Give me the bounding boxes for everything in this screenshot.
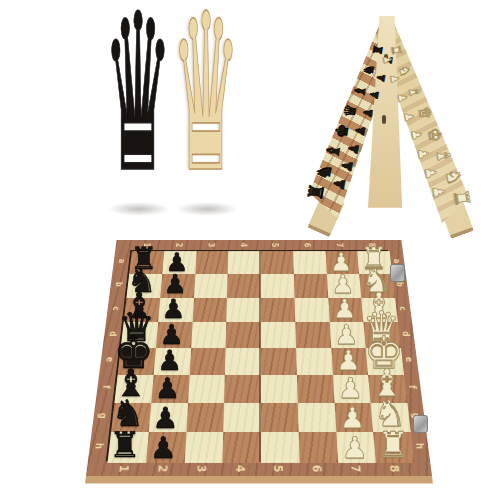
board-square xyxy=(118,348,156,375)
open-chess-board: 1122334455667788aabbccddeeffgghh xyxy=(86,240,432,476)
coordinate-label: c xyxy=(110,306,122,310)
folded-piece: ♜ xyxy=(371,44,385,57)
board-fold-seam xyxy=(259,250,260,461)
coordinate-label: h xyxy=(92,443,105,449)
board-square xyxy=(261,274,295,298)
board-square xyxy=(184,432,223,463)
board-square xyxy=(334,403,373,432)
board-square xyxy=(261,251,294,274)
coordinate-label: f xyxy=(100,385,113,388)
board-square xyxy=(225,348,261,375)
coordinate-label: 2 xyxy=(155,465,170,472)
board-square xyxy=(153,348,190,375)
folded-piece: ♞ xyxy=(442,167,464,187)
coordinate-label: a xyxy=(116,259,127,263)
folded-piece: ♟ xyxy=(361,107,375,120)
board-square xyxy=(261,432,299,463)
coordinate-label: 2 xyxy=(173,243,184,247)
board-square xyxy=(298,403,336,432)
coordinate-label: 1 xyxy=(116,465,132,472)
coordinate-label: b xyxy=(394,282,406,287)
board-square xyxy=(195,251,229,274)
folded-piece: ♟ xyxy=(346,141,361,155)
folded-piece: ♜ xyxy=(451,187,474,208)
board-square xyxy=(293,251,327,274)
board-square xyxy=(331,348,368,375)
folded-piece: ♚ xyxy=(333,122,352,140)
board-square xyxy=(189,348,226,375)
coordinate-label: d xyxy=(399,331,411,336)
folded-piece: ♝ xyxy=(433,146,453,165)
board-square xyxy=(261,348,297,375)
folded-piece: ♜ xyxy=(389,44,403,57)
board-square xyxy=(371,403,411,432)
folded-piece: ♟ xyxy=(331,176,348,192)
board-square xyxy=(151,375,189,403)
board-square xyxy=(296,348,333,375)
product-photo: ♛♛ ♟♟♟♟♟♟♟♟♜♞♝♛♚♝♞♜ ♟♟♟♟♟♟♟♟♜♞♝♛♚♝♞♜ 112… xyxy=(0,0,500,500)
coordinate-label: h xyxy=(413,443,426,449)
coordinate-label: 6 xyxy=(302,243,313,247)
folded-piece: ♝ xyxy=(352,83,368,98)
hinge-icon xyxy=(382,115,386,124)
board-square xyxy=(158,298,194,323)
board-square xyxy=(129,251,164,274)
latch-icon xyxy=(390,264,405,282)
coordinate-label: 5 xyxy=(271,465,286,472)
coordinate-label: g xyxy=(96,413,109,419)
folded-piece: ♛ xyxy=(343,103,361,119)
board-square xyxy=(373,432,414,463)
board-square xyxy=(295,322,331,348)
board-square xyxy=(194,274,228,298)
coordinate-label: a xyxy=(391,259,402,263)
board-square xyxy=(357,251,392,274)
folded-piece: ♟ xyxy=(354,124,369,138)
coordinate-label: 4 xyxy=(232,465,247,472)
coordinate-label: d xyxy=(106,331,118,336)
board-square xyxy=(261,375,298,403)
board-square xyxy=(261,322,296,348)
latch-icon xyxy=(413,415,428,433)
board-square xyxy=(124,298,160,323)
board-square xyxy=(228,251,261,274)
folded-piece: ♟ xyxy=(409,129,424,143)
folded-piece: ♟ xyxy=(423,166,439,181)
folded-piece: ♟ xyxy=(395,92,408,104)
coordinate-label: f xyxy=(406,385,419,388)
coordinate-label: b xyxy=(113,282,125,287)
board-square xyxy=(226,298,260,323)
board-square xyxy=(226,322,261,348)
coordinate-label: 8 xyxy=(366,243,377,247)
board-square xyxy=(111,403,151,432)
board-square xyxy=(227,274,261,298)
folded-piece: ♞ xyxy=(314,162,336,182)
board-square xyxy=(149,403,188,432)
board-square xyxy=(329,322,366,348)
coordinate-label: c xyxy=(396,306,408,310)
board-square xyxy=(121,322,158,348)
board-square xyxy=(114,375,153,403)
wood-queen: ♛ xyxy=(171,0,241,202)
board-square xyxy=(328,298,364,323)
board-square xyxy=(188,375,225,403)
folded-piece: ♞ xyxy=(398,64,413,78)
folded-piece: ♞ xyxy=(362,63,377,77)
board-square xyxy=(186,403,224,432)
coordinate-label: 8 xyxy=(386,465,402,472)
board-square xyxy=(326,274,361,298)
board-square xyxy=(332,375,370,403)
folded-chess-board: ♟♟♟♟♟♟♟♟♜♞♝♛♚♝♞♜ ♟♟♟♟♟♟♟♟♜♞♝♛♚♝♞♜ xyxy=(292,16,482,234)
coordinate-label: 3 xyxy=(205,243,216,247)
board-square xyxy=(146,432,186,463)
board-square xyxy=(191,322,227,348)
board-square xyxy=(223,403,260,432)
board-square xyxy=(160,274,195,298)
board-square xyxy=(297,375,334,403)
coordinate-label: 4 xyxy=(238,243,249,247)
board-square xyxy=(108,432,149,463)
coordinate-label: e xyxy=(103,357,116,362)
board-square xyxy=(156,322,192,348)
board-square xyxy=(336,432,376,463)
board-square xyxy=(162,251,196,274)
board-square xyxy=(325,251,359,274)
black-queen: ♛ xyxy=(103,0,173,202)
coordinate-label: 7 xyxy=(348,465,363,472)
coordinate-label: 7 xyxy=(334,243,345,247)
board-square xyxy=(261,298,295,323)
coordinate-label: 1 xyxy=(141,243,152,247)
board-square xyxy=(261,403,299,432)
folded-piece: ♝ xyxy=(407,85,423,100)
folded-piece: ♟ xyxy=(402,110,416,123)
board-square xyxy=(294,274,328,298)
board-square xyxy=(223,432,261,463)
folded-piece: ♟ xyxy=(376,72,388,83)
coordinate-label: 5 xyxy=(270,243,281,247)
board-square xyxy=(126,274,162,298)
folded-piece: ♜ xyxy=(305,181,328,202)
coordinate-label: 3 xyxy=(194,465,209,472)
board-square xyxy=(361,298,397,323)
board-square xyxy=(366,348,404,375)
board-square xyxy=(294,298,329,323)
board-square xyxy=(364,322,401,348)
coordinate-label: e xyxy=(402,357,415,362)
folded-piece: ♚ xyxy=(424,126,443,144)
board-side-edge xyxy=(85,476,433,484)
board-square xyxy=(298,432,337,463)
folded-piece: ♟ xyxy=(339,159,355,174)
board-square xyxy=(368,375,407,403)
coordinate-label: 6 xyxy=(309,465,324,472)
board-square xyxy=(224,375,261,403)
board-square xyxy=(192,298,227,323)
